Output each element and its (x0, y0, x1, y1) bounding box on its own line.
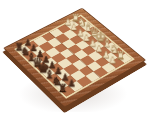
white-pawn[interactable]: ♟ (109, 56, 117, 65)
black-rook[interactable]: ♜ (58, 82, 68, 93)
product-photo: ♜♞♝♛♚♝♞♜♟♟♟♟♟♟♟♟♟♟♟♟♟♟♟♟♜♞♝♛♚♝♞♜ (0, 0, 150, 120)
black-pawn[interactable]: ♟ (67, 79, 76, 88)
white-rook[interactable]: ♜ (116, 50, 126, 61)
